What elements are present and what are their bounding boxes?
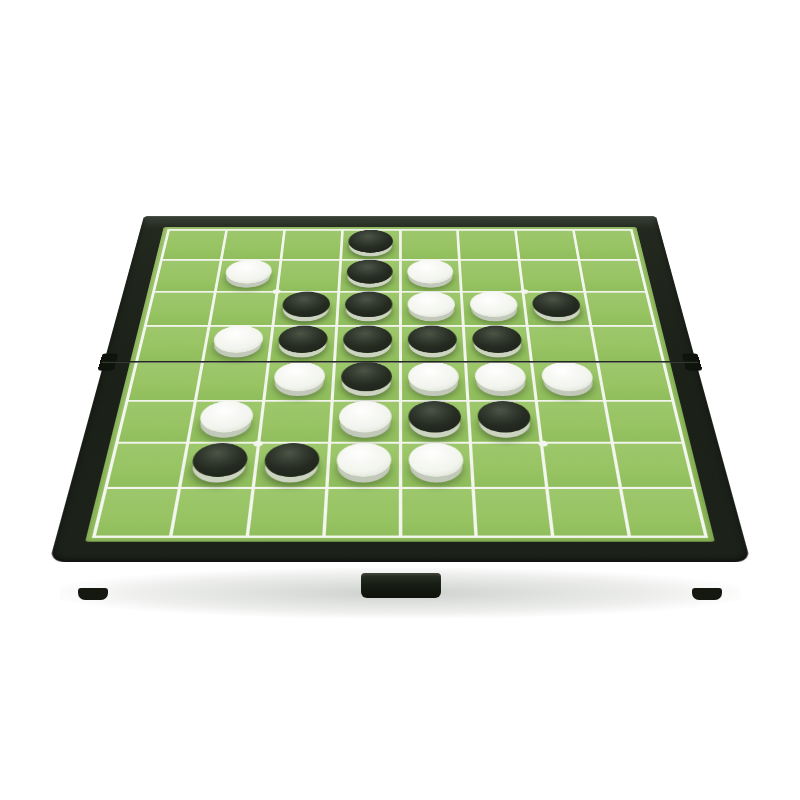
cell-a3 bbox=[147, 292, 214, 324]
cell-b2 bbox=[217, 261, 279, 291]
cell-g1 bbox=[517, 231, 577, 260]
cell-d4 bbox=[336, 326, 399, 361]
cell-h1 bbox=[575, 231, 637, 260]
disc-e5-white bbox=[408, 362, 460, 391]
disc-b4-white bbox=[212, 326, 265, 354]
cell-g5 bbox=[533, 363, 603, 400]
cell-h7 bbox=[614, 444, 692, 487]
cell-c2 bbox=[278, 261, 339, 291]
disc-d3-black bbox=[344, 292, 392, 318]
disc-d5-black bbox=[340, 362, 392, 391]
cell-b1 bbox=[223, 231, 283, 260]
board-mat bbox=[85, 227, 715, 542]
cell-g2 bbox=[521, 261, 583, 291]
board-frame bbox=[49, 216, 751, 562]
product-photo bbox=[0, 0, 800, 800]
cell-c3 bbox=[274, 292, 337, 324]
cell-a2 bbox=[155, 261, 219, 291]
board-foot-left bbox=[78, 588, 108, 600]
cell-g6 bbox=[538, 402, 610, 442]
disc-d2-black bbox=[346, 260, 393, 284]
disc-f3-white bbox=[469, 292, 519, 318]
cell-h2 bbox=[580, 261, 644, 291]
cell-e8 bbox=[402, 489, 475, 536]
cell-a8 bbox=[96, 489, 178, 536]
cell-a7 bbox=[108, 444, 186, 487]
cell-b7 bbox=[181, 444, 256, 487]
disc-d7-white bbox=[336, 443, 392, 477]
cell-e3 bbox=[401, 292, 462, 324]
disc-b2-white bbox=[224, 260, 274, 284]
cell-c7 bbox=[255, 444, 328, 487]
cell-b8 bbox=[172, 489, 251, 536]
disc-d1-black bbox=[348, 230, 393, 253]
cell-a6 bbox=[119, 402, 194, 442]
cell-c5 bbox=[265, 363, 332, 400]
cell-d3 bbox=[338, 292, 399, 324]
disc-c4-black bbox=[277, 326, 329, 354]
cell-e5 bbox=[402, 363, 467, 400]
disc-f5-white bbox=[474, 362, 528, 391]
cell-f5 bbox=[467, 363, 534, 400]
cell-f8 bbox=[475, 489, 551, 536]
cell-g8 bbox=[549, 489, 628, 536]
cell-h3 bbox=[586, 292, 653, 324]
cell-b6 bbox=[189, 402, 261, 442]
cell-a5 bbox=[129, 363, 201, 400]
cell-g4 bbox=[529, 326, 596, 361]
cell-c1 bbox=[282, 231, 341, 260]
disc-g3-black bbox=[530, 292, 582, 318]
cell-h5 bbox=[599, 363, 671, 400]
disc-e2-white bbox=[407, 260, 454, 284]
board-foot-right bbox=[692, 588, 722, 600]
fold-line bbox=[102, 361, 699, 363]
cell-d7 bbox=[328, 444, 398, 487]
cell-a4 bbox=[138, 326, 207, 361]
disc-f6-black bbox=[476, 401, 532, 433]
cell-h8 bbox=[623, 489, 705, 536]
cell-f1 bbox=[459, 231, 518, 260]
cell-h6 bbox=[606, 402, 681, 442]
disc-c7-black bbox=[263, 443, 321, 477]
cell-g7 bbox=[543, 444, 618, 487]
cell-f2 bbox=[461, 261, 522, 291]
cell-f6 bbox=[470, 402, 540, 442]
cell-a1 bbox=[163, 231, 225, 260]
disc-e6-black bbox=[408, 401, 462, 433]
disc-d6-white bbox=[338, 401, 392, 433]
cell-f3 bbox=[463, 292, 526, 324]
cell-d6 bbox=[331, 402, 399, 442]
cell-g3 bbox=[525, 292, 590, 324]
cell-b4 bbox=[204, 326, 271, 361]
cell-e6 bbox=[402, 402, 470, 442]
disc-f4-black bbox=[471, 326, 523, 354]
cell-b5 bbox=[197, 363, 267, 400]
cell-e1 bbox=[401, 231, 458, 260]
disc-e7-white bbox=[408, 443, 464, 477]
disc-d4-black bbox=[342, 326, 392, 354]
disc-b7-black bbox=[190, 443, 250, 477]
cell-d5 bbox=[333, 363, 398, 400]
cell-b3 bbox=[211, 292, 276, 324]
cell-e2 bbox=[401, 261, 460, 291]
frame-latch bbox=[361, 573, 441, 598]
disc-e4-black bbox=[408, 326, 458, 354]
star-point bbox=[519, 289, 528, 293]
cell-c8 bbox=[249, 489, 325, 536]
cell-e7 bbox=[402, 444, 472, 487]
star-point bbox=[537, 440, 547, 446]
cell-f4 bbox=[465, 326, 530, 361]
disc-c5-white bbox=[273, 362, 327, 391]
cell-d1 bbox=[342, 231, 399, 260]
cell-d2 bbox=[340, 261, 399, 291]
cell-d8 bbox=[325, 489, 398, 536]
cell-h4 bbox=[593, 326, 662, 361]
disc-c3-black bbox=[281, 292, 331, 318]
cell-f7 bbox=[472, 444, 545, 487]
disc-g5-white bbox=[540, 362, 595, 391]
cell-c4 bbox=[270, 326, 335, 361]
cell-c6 bbox=[260, 402, 330, 442]
cell-e4 bbox=[401, 326, 464, 361]
disc-b6-white bbox=[198, 401, 256, 433]
othello-grid bbox=[92, 229, 708, 538]
disc-e3-white bbox=[407, 292, 455, 318]
